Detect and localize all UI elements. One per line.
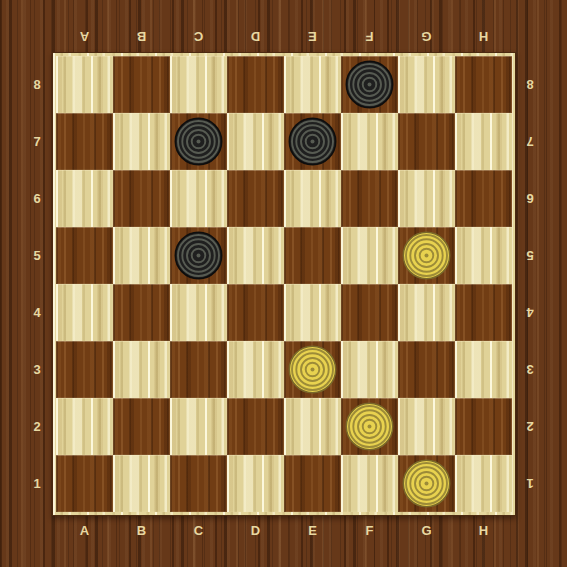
square-a5[interactable] [56, 227, 113, 284]
file-labels-top: ABCDEFGH [56, 23, 512, 49]
square-h3[interactable] [455, 341, 512, 398]
file-label-top-f: F [341, 23, 398, 49]
square-a3[interactable] [56, 341, 113, 398]
file-label-bottom-a: A [56, 518, 113, 544]
square-e2[interactable] [284, 398, 341, 455]
file-label-top-g: G [398, 23, 455, 49]
black-man-c5[interactable] [170, 227, 227, 284]
square-g8[interactable] [398, 56, 455, 113]
rank-label-left-3: 3 [24, 341, 50, 398]
rank-label-left-7: 7 [24, 113, 50, 170]
checker-icon [345, 60, 394, 109]
square-g2[interactable] [398, 398, 455, 455]
square-a6[interactable] [56, 170, 113, 227]
square-e7[interactable] [284, 113, 341, 170]
square-b8[interactable] [113, 56, 170, 113]
board-frame [52, 52, 516, 516]
rank-label-right-7: 7 [517, 113, 543, 170]
rank-label-right-8: 8 [517, 56, 543, 113]
rank-label-right-6: 6 [517, 170, 543, 227]
square-f1[interactable] [341, 455, 398, 512]
square-h4[interactable] [455, 284, 512, 341]
rank-label-left-5: 5 [24, 227, 50, 284]
square-a4[interactable] [56, 284, 113, 341]
square-d5[interactable] [227, 227, 284, 284]
rank-label-right-4: 4 [517, 284, 543, 341]
white-man-g1[interactable] [398, 455, 455, 512]
square-c3[interactable] [170, 341, 227, 398]
file-labels-bottom: ABCDEFGH [56, 518, 512, 544]
square-h6[interactable] [455, 170, 512, 227]
rank-label-left-8: 8 [24, 56, 50, 113]
white-man-g5[interactable] [398, 227, 455, 284]
file-label-bottom-b: B [113, 518, 170, 544]
square-e4[interactable] [284, 284, 341, 341]
square-b3[interactable] [113, 341, 170, 398]
square-f2[interactable] [341, 398, 398, 455]
square-e6[interactable] [284, 170, 341, 227]
file-label-bottom-c: C [170, 518, 227, 544]
file-label-top-b: B [113, 23, 170, 49]
rank-label-left-1: 1 [24, 455, 50, 512]
rank-label-left-6: 6 [24, 170, 50, 227]
rank-label-left-4: 4 [24, 284, 50, 341]
checkers-app: ABCDEFGH ABCDEFGH 87654321 87654321 [0, 0, 567, 567]
file-label-top-h: H [455, 23, 512, 49]
square-a1[interactable] [56, 455, 113, 512]
square-d3[interactable] [227, 341, 284, 398]
checker-icon [174, 117, 223, 166]
square-c1[interactable] [170, 455, 227, 512]
square-h5[interactable] [455, 227, 512, 284]
square-c7[interactable] [170, 113, 227, 170]
square-d6[interactable] [227, 170, 284, 227]
square-f8[interactable] [341, 56, 398, 113]
square-d4[interactable] [227, 284, 284, 341]
black-man-f8[interactable] [341, 56, 398, 113]
square-g1[interactable] [398, 455, 455, 512]
square-d1[interactable] [227, 455, 284, 512]
black-man-e7[interactable] [284, 113, 341, 170]
square-b5[interactable] [113, 227, 170, 284]
rank-label-left-2: 2 [24, 398, 50, 455]
square-d8[interactable] [227, 56, 284, 113]
square-b7[interactable] [113, 113, 170, 170]
square-d2[interactable] [227, 398, 284, 455]
rank-labels-right: 87654321 [517, 56, 543, 512]
file-label-top-c: C [170, 23, 227, 49]
square-f4[interactable] [341, 284, 398, 341]
checker-icon [288, 345, 337, 394]
square-f3[interactable] [341, 341, 398, 398]
rank-label-right-2: 2 [517, 398, 543, 455]
square-h7[interactable] [455, 113, 512, 170]
square-b1[interactable] [113, 455, 170, 512]
square-a8[interactable] [56, 56, 113, 113]
checker-icon [345, 402, 394, 451]
rank-label-right-3: 3 [517, 341, 543, 398]
square-g4[interactable] [398, 284, 455, 341]
checker-icon [288, 117, 337, 166]
checker-icon [174, 231, 223, 280]
checker-icon [402, 459, 451, 508]
square-g7[interactable] [398, 113, 455, 170]
square-h8[interactable] [455, 56, 512, 113]
square-a2[interactable] [56, 398, 113, 455]
square-e3[interactable] [284, 341, 341, 398]
square-g6[interactable] [398, 170, 455, 227]
file-label-top-d: D [227, 23, 284, 49]
square-e8[interactable] [284, 56, 341, 113]
rank-label-right-1: 1 [517, 455, 543, 512]
square-f7[interactable] [341, 113, 398, 170]
square-g3[interactable] [398, 341, 455, 398]
square-f6[interactable] [341, 170, 398, 227]
checker-icon [402, 231, 451, 280]
square-b4[interactable] [113, 284, 170, 341]
square-c8[interactable] [170, 56, 227, 113]
square-g5[interactable] [398, 227, 455, 284]
file-label-top-a: A [56, 23, 113, 49]
file-label-bottom-g: G [398, 518, 455, 544]
white-man-f2[interactable] [341, 398, 398, 455]
square-e1[interactable] [284, 455, 341, 512]
checkers-board [56, 56, 512, 512]
square-a7[interactable] [56, 113, 113, 170]
file-label-bottom-f: F [341, 518, 398, 544]
square-b2[interactable] [113, 398, 170, 455]
square-f5[interactable] [341, 227, 398, 284]
file-label-bottom-d: D [227, 518, 284, 544]
square-c4[interactable] [170, 284, 227, 341]
square-h2[interactable] [455, 398, 512, 455]
rank-label-right-5: 5 [517, 227, 543, 284]
white-man-e3[interactable] [284, 341, 341, 398]
square-c6[interactable] [170, 170, 227, 227]
file-label-bottom-e: E [284, 518, 341, 544]
rank-labels-left: 87654321 [24, 56, 50, 512]
square-c5[interactable] [170, 227, 227, 284]
file-label-bottom-h: H [455, 518, 512, 544]
square-b6[interactable] [113, 170, 170, 227]
square-d7[interactable] [227, 113, 284, 170]
file-label-top-e: E [284, 23, 341, 49]
square-c2[interactable] [170, 398, 227, 455]
square-e5[interactable] [284, 227, 341, 284]
black-man-c7[interactable] [170, 113, 227, 170]
square-h1[interactable] [455, 455, 512, 512]
